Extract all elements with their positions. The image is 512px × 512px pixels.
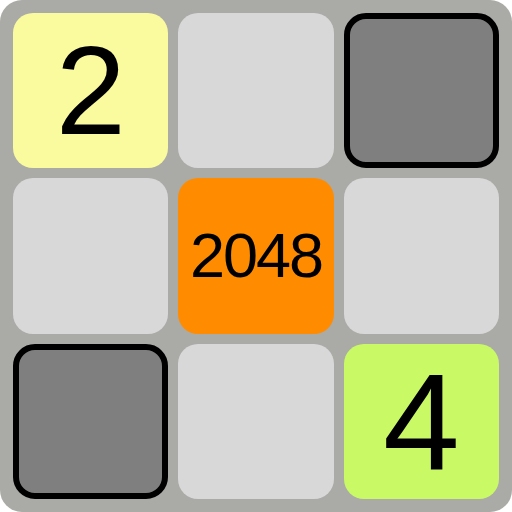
blocked-cell [344, 13, 499, 168]
empty-cell [344, 178, 499, 333]
tile-2: 2 [13, 13, 168, 168]
2048-board[interactable]: 2 2048 4 [0, 0, 512, 512]
tile-value: 2 [56, 28, 126, 154]
tile-value: 2048 [190, 224, 322, 287]
tile-4: 4 [344, 344, 499, 499]
tile-value: 4 [383, 352, 460, 490]
empty-cell [178, 13, 333, 168]
empty-cell [178, 344, 333, 499]
tile-2048: 2048 [178, 178, 333, 333]
blocked-cell [13, 344, 168, 499]
empty-cell [13, 178, 168, 333]
